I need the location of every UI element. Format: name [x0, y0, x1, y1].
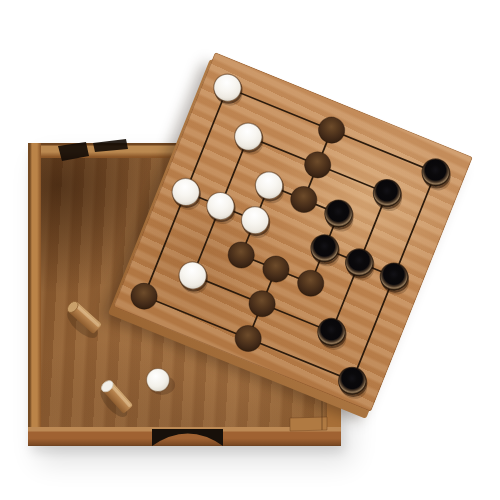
white-peg-a7[interactable]: [209, 70, 249, 110]
white-peg-b6[interactable]: [229, 119, 269, 159]
black-peg-e5[interactable]: [320, 196, 360, 236]
black-peg-g7[interactable]: [417, 155, 457, 195]
black-peg-e4[interactable]: [306, 231, 346, 271]
white-peg-c4[interactable]: [236, 202, 276, 242]
hole-e3[interactable]: [294, 266, 328, 300]
white-peg-c5[interactable]: [250, 168, 290, 208]
white-peg-a4[interactable]: [167, 174, 207, 214]
box-wall-front: [28, 427, 341, 446]
black-peg-f2[interactable]: [313, 314, 353, 354]
box-wall-left: [28, 143, 41, 446]
hole-c3[interactable]: [224, 238, 258, 272]
white-peg-b2[interactable]: [174, 258, 214, 298]
black-peg-g4[interactable]: [375, 259, 415, 299]
black-peg-g1[interactable]: [333, 363, 373, 403]
hole-d7[interactable]: [315, 113, 349, 147]
hole-d5[interactable]: [287, 183, 321, 217]
black-peg-f4[interactable]: [340, 245, 380, 285]
black-peg-f6[interactable]: [368, 175, 408, 215]
white-peg-b4[interactable]: [202, 188, 242, 228]
mill-grid: [144, 88, 436, 381]
hole-d1[interactable]: [231, 322, 265, 356]
product-photo: [0, 0, 500, 500]
hole-d6[interactable]: [301, 148, 335, 182]
hole-d2[interactable]: [245, 287, 279, 321]
hole-d3[interactable]: [259, 252, 293, 286]
hole-a1[interactable]: [127, 279, 161, 313]
